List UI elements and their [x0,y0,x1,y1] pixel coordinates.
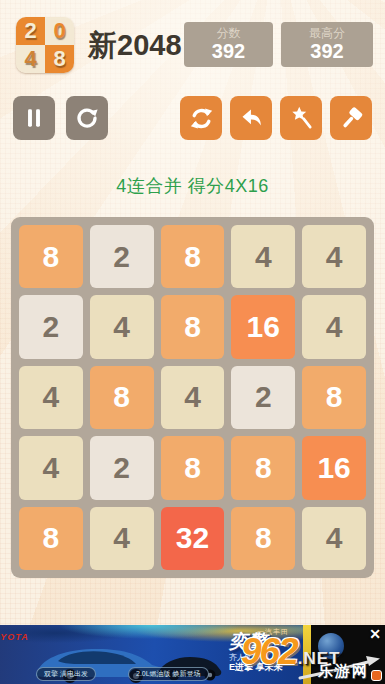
score-box: 分数 392 [184,22,273,67]
tile-8: 8 [19,507,83,570]
ad-corner-icon [371,670,382,681]
app-logo: 2 0 4 8 [16,17,74,73]
tile-2: 2 [90,225,154,288]
tile-8: 8 [161,225,225,288]
shuffle-refresh-icon [188,105,215,132]
page-title: 新2048 [88,26,182,66]
tile-2: 2 [231,366,295,429]
tile-4: 4 [161,366,225,429]
tile-8: 8 [302,366,366,429]
undo-arrow-icon [238,105,265,132]
hammer-icon [338,105,365,132]
magic-wand-button[interactable] [280,96,322,140]
tile-8: 8 [231,436,295,499]
best-score-value: 392 [310,40,343,63]
hammer-button[interactable] [330,96,372,140]
tile-8: 8 [19,225,83,288]
tile-4: 4 [302,225,366,288]
tile-4: 4 [19,436,83,499]
tile-4: 4 [90,507,154,570]
pause-icon [21,105,47,131]
logo-tile-4: 4 [16,45,45,73]
tile-4: 4 [302,507,366,570]
restart-button[interactable] [66,96,108,140]
tile-2: 2 [19,295,83,358]
shuffle-button[interactable] [180,96,222,140]
tile-8: 8 [161,295,225,358]
ad-pill-right: 2.0L燃油版 焕新登场 [128,667,209,681]
tile-8: 8 [90,366,154,429]
pause-button[interactable] [13,96,55,140]
logo-tile-0: 0 [45,17,74,45]
tile-16: 16 [302,436,366,499]
undo-button[interactable] [230,96,272,140]
tile-32: 32 [161,507,225,570]
score-label: 分数 [217,26,241,40]
best-score-label: 最高分 [309,26,345,40]
board[interactable]: 8284424816448428428816843284 [11,217,374,578]
tile-8: 8 [161,436,225,499]
magic-wand-icon [288,105,315,132]
combo-message: 4连合并 得分4X16 [0,174,385,198]
best-score-box: 最高分 392 [281,22,373,67]
tile-16: 16 [231,295,295,358]
logo-tile-8: 8 [45,45,74,73]
watermark-number: 962 [241,631,297,673]
watermark-site-name: 乐游网 [318,662,369,681]
ad-banner[interactable]: TOYOTA 奕擎 齐人V E进擎 享未来 一汽丰田 双擎 满电出发 2.0L燃… [0,625,385,684]
ad-close-icon[interactable]: ✕ [369,627,381,641]
restart-icon [74,105,100,131]
ad-pill-left: 双擎 满电出发 [36,667,96,681]
tile-4: 4 [231,225,295,288]
logo-tile-2: 2 [16,17,45,45]
score-value: 392 [212,40,245,63]
tile-2: 2 [90,436,154,499]
tile-4: 4 [19,366,83,429]
tile-4: 4 [302,295,366,358]
tile-8: 8 [231,507,295,570]
tile-4: 4 [90,295,154,358]
